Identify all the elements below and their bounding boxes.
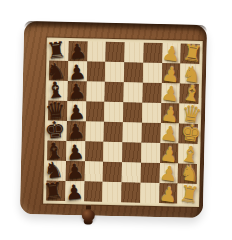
board-square[interactable] <box>122 122 141 142</box>
board-square[interactable] <box>84 161 103 181</box>
chess-piece-white-pawn[interactable]: ♟ <box>158 183 179 205</box>
drawer-knob <box>81 205 97 229</box>
board-square[interactable] <box>85 141 104 161</box>
board-square[interactable] <box>86 61 105 81</box>
board-square[interactable]: ♟ <box>159 183 178 203</box>
board-square[interactable] <box>104 102 123 122</box>
board-square[interactable] <box>142 83 161 103</box>
board-square[interactable] <box>123 102 142 122</box>
maple-inlay-border: ♜♟♟♜♞♟♟♞♝♟♟♝♛♟♟♛♚♟♟♚♝♟♟♝♞♟♟♞♜♟♟♜ <box>43 37 203 206</box>
drawer-knob-base <box>84 219 93 224</box>
board-square[interactable]: ♟ <box>65 181 84 201</box>
board-square[interactable] <box>123 82 142 102</box>
board-square[interactable] <box>122 162 141 182</box>
board-square[interactable] <box>103 162 122 182</box>
board-square[interactable]: ♜ <box>46 180 65 200</box>
board-square[interactable] <box>140 183 159 203</box>
board-square[interactable] <box>140 163 159 183</box>
board-square[interactable] <box>105 62 124 82</box>
chess-board: ♜♟♟♜♞♟♟♞♝♟♟♝♛♟♟♛♚♟♟♚♝♟♟♝♞♟♟♞♜♟♟♜ <box>46 41 200 204</box>
chess-piece-white-rook[interactable]: ♜ <box>178 182 201 207</box>
board-square[interactable] <box>141 143 160 163</box>
board-square[interactable] <box>121 182 140 202</box>
board-square[interactable] <box>106 42 125 62</box>
board-square[interactable] <box>103 142 122 162</box>
board-square[interactable] <box>104 122 123 142</box>
board-square[interactable] <box>142 103 161 123</box>
board-square[interactable] <box>85 121 104 141</box>
board-square[interactable] <box>86 81 105 101</box>
chess-piece-black-pawn[interactable]: ♟ <box>65 181 85 203</box>
chess-piece-black-pawn[interactable]: ♟ <box>67 80 87 102</box>
board-square[interactable] <box>87 41 106 61</box>
board-square[interactable]: ♜ <box>177 183 196 203</box>
chess-piece-black-rook[interactable]: ♜ <box>42 179 64 203</box>
board-square[interactable] <box>124 62 143 82</box>
board-square[interactable] <box>122 142 141 162</box>
board-square[interactable] <box>85 101 104 121</box>
board-square[interactable] <box>143 63 162 83</box>
board-square[interactable] <box>102 182 121 202</box>
chess-set-case: ♜♟♟♜♞♟♟♞♝♟♟♝♛♟♟♛♚♟♟♚♝♟♟♝♞♟♟♞♜♟♟♜ <box>20 21 207 218</box>
board-square[interactable] <box>105 82 124 102</box>
board-square[interactable] <box>141 123 160 143</box>
board-square[interactable] <box>84 181 103 201</box>
product-photo-background: ♜♟♟♜♞♟♟♞♝♟♟♝♛♟♟♛♚♟♟♚♝♟♟♝♞♟♟♞♜♟♟♜ <box>0 0 232 240</box>
board-square[interactable] <box>143 43 162 63</box>
board-square[interactable] <box>124 42 143 62</box>
